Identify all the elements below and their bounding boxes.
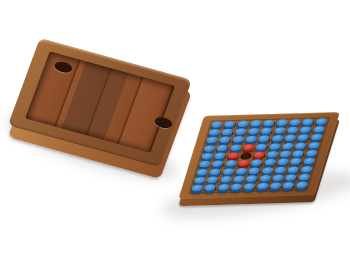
blue-peg[interactable] — [310, 134, 323, 141]
product-photo-scene — [0, 0, 350, 271]
blue-peg[interactable] — [315, 118, 328, 125]
blue-peg[interactable] — [312, 126, 325, 133]
blue-peg[interactable] — [307, 142, 320, 149]
blue-peg[interactable] — [298, 174, 311, 181]
blue-peg[interactable] — [295, 182, 308, 189]
storage-box — [8, 38, 192, 167]
blue-peg[interactable] — [303, 158, 316, 165]
board-cell[interactable] — [294, 182, 309, 190]
blue-peg[interactable] — [300, 166, 313, 173]
blue-peg[interactable] — [305, 150, 318, 157]
game-board — [178, 112, 340, 199]
peg-grid — [189, 117, 330, 193]
